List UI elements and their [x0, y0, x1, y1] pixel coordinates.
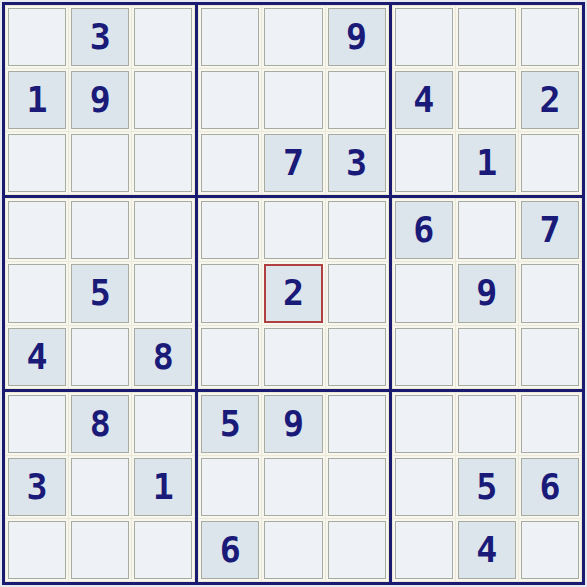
- cell-r4c5[interactable]: [264, 201, 322, 259]
- cell-r8c6[interactable]: [328, 458, 386, 516]
- cell-r4c8[interactable]: [458, 201, 516, 259]
- cell-r8c8[interactable]: 5: [458, 458, 516, 516]
- cell-r5c3[interactable]: [134, 264, 192, 322]
- cell-r2c5[interactable]: [264, 71, 322, 129]
- box-3-2: 596: [198, 392, 388, 582]
- box-1-1: 319: [5, 5, 195, 195]
- cell-r5c4[interactable]: [201, 264, 259, 322]
- cell-r3c1[interactable]: [8, 134, 66, 192]
- cell-r4c9[interactable]: 7: [521, 201, 579, 259]
- cell-r2c7[interactable]: 4: [395, 71, 453, 129]
- cell-r5c1[interactable]: [8, 264, 66, 322]
- cell-r6c7[interactable]: [395, 328, 453, 386]
- cell-r6c9[interactable]: [521, 328, 579, 386]
- cell-r6c5[interactable]: [264, 328, 322, 386]
- cell-r1c3[interactable]: [134, 8, 192, 66]
- cell-r7c1[interactable]: [8, 395, 66, 453]
- cell-r9c1[interactable]: [8, 521, 66, 579]
- cell-r4c3[interactable]: [134, 201, 192, 259]
- cell-r4c6[interactable]: [328, 201, 386, 259]
- cell-r8c3[interactable]: 1: [134, 458, 192, 516]
- cell-r4c7[interactable]: 6: [395, 201, 453, 259]
- cell-r2c8[interactable]: [458, 71, 516, 129]
- cell-r8c9[interactable]: 6: [521, 458, 579, 516]
- cell-r9c8[interactable]: 4: [458, 521, 516, 579]
- cell-r2c9[interactable]: 2: [521, 71, 579, 129]
- cell-r2c4[interactable]: [201, 71, 259, 129]
- cell-r1c6[interactable]: 9: [328, 8, 386, 66]
- cell-r2c1[interactable]: 1: [8, 71, 66, 129]
- cell-r1c9[interactable]: [521, 8, 579, 66]
- box-1-3: 421: [392, 5, 582, 195]
- cell-r7c9[interactable]: [521, 395, 579, 453]
- cell-r7c2[interactable]: 8: [71, 395, 129, 453]
- box-3-1: 831: [5, 392, 195, 582]
- cell-r3c9[interactable]: [521, 134, 579, 192]
- cell-r1c5[interactable]: [264, 8, 322, 66]
- cell-r9c2[interactable]: [71, 521, 129, 579]
- cell-r3c3[interactable]: [134, 134, 192, 192]
- cell-r3c5[interactable]: 7: [264, 134, 322, 192]
- cell-r7c3[interactable]: [134, 395, 192, 453]
- cell-r2c6[interactable]: [328, 71, 386, 129]
- cell-r6c3[interactable]: 8: [134, 328, 192, 386]
- cell-r7c5[interactable]: 9: [264, 395, 322, 453]
- cell-r5c8[interactable]: 9: [458, 264, 516, 322]
- cell-r4c2[interactable]: [71, 201, 129, 259]
- sudoku-app-frame: 3199734215482679831596564: [0, 0, 587, 587]
- cell-r4c4[interactable]: [201, 201, 259, 259]
- box-3-3: 564: [392, 392, 582, 582]
- cell-r3c7[interactable]: [395, 134, 453, 192]
- cell-r1c8[interactable]: [458, 8, 516, 66]
- cell-r1c1[interactable]: [8, 8, 66, 66]
- cell-r6c1[interactable]: 4: [8, 328, 66, 386]
- cell-r8c4[interactable]: [201, 458, 259, 516]
- cell-r5c6[interactable]: [328, 264, 386, 322]
- cell-r9c3[interactable]: [134, 521, 192, 579]
- cell-r6c8[interactable]: [458, 328, 516, 386]
- box-2-3: 679: [392, 198, 582, 388]
- cell-r7c4[interactable]: 5: [201, 395, 259, 453]
- cell-r9c9[interactable]: [521, 521, 579, 579]
- sudoku-board: 3199734215482679831596564: [2, 2, 585, 585]
- cell-r7c7[interactable]: [395, 395, 453, 453]
- box-2-2: 2: [198, 198, 388, 388]
- cell-r1c7[interactable]: [395, 8, 453, 66]
- cell-r1c2[interactable]: 3: [71, 8, 129, 66]
- cell-r1c4[interactable]: [201, 8, 259, 66]
- cell-r5c5[interactable]: 2: [264, 264, 322, 322]
- cell-r9c7[interactable]: [395, 521, 453, 579]
- cell-r2c3[interactable]: [134, 71, 192, 129]
- cell-r9c4[interactable]: 6: [201, 521, 259, 579]
- cell-r5c9[interactable]: [521, 264, 579, 322]
- cell-r6c6[interactable]: [328, 328, 386, 386]
- cell-r8c2[interactable]: [71, 458, 129, 516]
- cell-r7c6[interactable]: [328, 395, 386, 453]
- cell-r3c8[interactable]: 1: [458, 134, 516, 192]
- box-2-1: 548: [5, 198, 195, 388]
- cell-r9c6[interactable]: [328, 521, 386, 579]
- cell-r8c5[interactable]: [264, 458, 322, 516]
- cell-r8c7[interactable]: [395, 458, 453, 516]
- cell-r3c4[interactable]: [201, 134, 259, 192]
- box-1-2: 973: [198, 5, 388, 195]
- cell-r8c1[interactable]: 3: [8, 458, 66, 516]
- cell-r6c4[interactable]: [201, 328, 259, 386]
- cell-r5c2[interactable]: 5: [71, 264, 129, 322]
- cell-r2c2[interactable]: 9: [71, 71, 129, 129]
- cell-r7c8[interactable]: [458, 395, 516, 453]
- cell-r3c2[interactable]: [71, 134, 129, 192]
- cell-r3c6[interactable]: 3: [328, 134, 386, 192]
- cell-r6c2[interactable]: [71, 328, 129, 386]
- cell-r5c7[interactable]: [395, 264, 453, 322]
- cell-r9c5[interactable]: [264, 521, 322, 579]
- cell-r4c1[interactable]: [8, 201, 66, 259]
